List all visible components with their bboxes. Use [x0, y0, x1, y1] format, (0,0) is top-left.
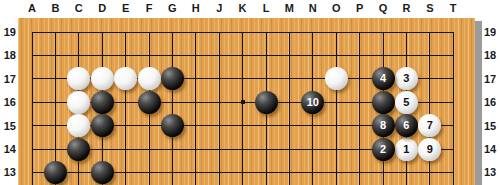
column-label-A: A	[21, 2, 43, 14]
move-stone-6-black-R15[interactable]: 6	[395, 114, 418, 137]
move-number: 3	[403, 67, 409, 90]
stone-white-O17[interactable]	[325, 67, 348, 90]
grid-line-h-18	[32, 55, 454, 56]
column-label-R: R	[395, 2, 417, 14]
move-number: 5	[403, 91, 409, 114]
grid-line-h-19	[32, 32, 454, 33]
move-number: 1	[403, 138, 409, 161]
column-label-Q: Q	[372, 2, 394, 14]
move-number: 2	[380, 138, 386, 161]
move-stone-5-white-R16[interactable]: 5	[395, 91, 418, 114]
move-number: 7	[427, 114, 433, 137]
go-diagram-page: ABCDEFGHJKLMNOPQRST191918181717161615151…	[0, 0, 500, 185]
row-label-right-13: 13	[484, 165, 500, 179]
column-label-C: C	[68, 2, 90, 14]
stone-black-B13[interactable]	[44, 161, 67, 184]
column-label-G: G	[161, 2, 183, 14]
row-label-left-13: 13	[0, 165, 16, 179]
column-label-F: F	[138, 2, 160, 14]
row-label-left-17: 17	[0, 72, 16, 86]
move-stone-8-black-Q15[interactable]: 8	[372, 114, 395, 137]
move-stone-10-black-N16[interactable]: 10	[301, 91, 324, 114]
star-point-K16	[241, 100, 245, 104]
stone-white-C16[interactable]	[67, 91, 90, 114]
column-label-B: B	[44, 2, 66, 14]
row-label-right-17: 17	[484, 72, 500, 86]
row-label-right-19: 19	[484, 25, 500, 39]
row-label-right-15: 15	[484, 119, 500, 133]
board-drop-shadow	[475, 21, 482, 185]
column-label-N: N	[302, 2, 324, 14]
column-label-E: E	[115, 2, 137, 14]
column-label-T: T	[442, 2, 464, 14]
stone-black-C14[interactable]	[67, 138, 90, 161]
column-label-D: D	[91, 2, 113, 14]
move-stone-4-black-Q17[interactable]: 4	[372, 67, 395, 90]
move-stone-2-black-Q14[interactable]: 2	[372, 138, 395, 161]
column-label-K: K	[232, 2, 254, 14]
stone-white-D17[interactable]	[91, 67, 114, 90]
stone-black-D16[interactable]	[91, 91, 114, 114]
move-number: 9	[427, 138, 433, 161]
column-label-J: J	[208, 2, 230, 14]
row-label-left-19: 19	[0, 25, 16, 39]
row-label-left-15: 15	[0, 119, 16, 133]
row-label-left-14: 14	[0, 142, 16, 156]
move-stone-1-white-R14[interactable]: 1	[395, 138, 418, 161]
row-label-right-16: 16	[484, 95, 500, 109]
stone-white-F17[interactable]	[138, 67, 161, 90]
column-label-P: P	[349, 2, 371, 14]
move-number: 10	[307, 91, 319, 114]
move-number: 8	[380, 114, 386, 137]
row-label-right-18: 18	[484, 48, 500, 62]
stone-black-F16[interactable]	[138, 91, 161, 114]
move-number: 4	[380, 67, 386, 90]
stone-black-D15[interactable]	[91, 114, 114, 137]
column-label-H: H	[185, 2, 207, 14]
column-label-O: O	[325, 2, 347, 14]
move-stone-9-white-S14[interactable]: 9	[418, 138, 441, 161]
move-number: 6	[403, 114, 409, 137]
column-label-L: L	[255, 2, 277, 14]
column-label-S: S	[419, 2, 441, 14]
row-label-left-16: 16	[0, 95, 16, 109]
stone-black-Q16[interactable]	[372, 91, 395, 114]
row-label-left-18: 18	[0, 48, 16, 62]
stone-black-G15[interactable]	[161, 114, 184, 137]
stone-black-D13[interactable]	[91, 161, 114, 184]
column-label-M: M	[278, 2, 300, 14]
row-label-right-14: 14	[484, 142, 500, 156]
stone-black-L16[interactable]	[255, 91, 278, 114]
